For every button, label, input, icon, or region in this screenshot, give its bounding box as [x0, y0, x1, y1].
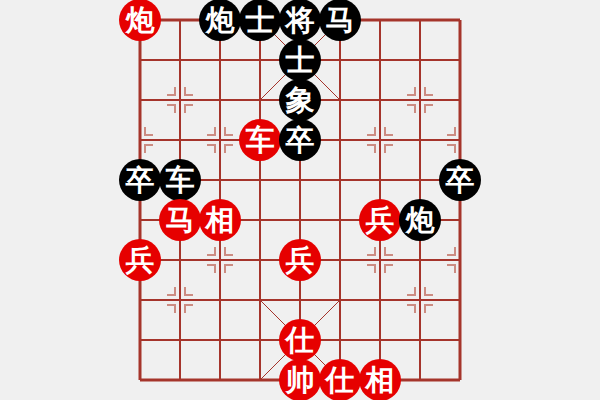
- intersection-c4-r8[interactable]: 仕: [280, 320, 320, 360]
- intersection-c5-r6[interactable]: [320, 240, 360, 280]
- intersection-c6-r0[interactable]: [360, 0, 400, 40]
- piece-red-elephant[interactable]: 相: [359, 359, 401, 400]
- intersection-c6-r9[interactable]: 相: [360, 360, 400, 400]
- intersection-c0-r7[interactable]: [120, 280, 160, 320]
- piece-black-pawn[interactable]: 卒: [119, 159, 161, 201]
- intersection-c1-r4[interactable]: 车: [160, 160, 200, 200]
- intersection-c0-r6[interactable]: 兵: [120, 240, 160, 280]
- intersection-c3-r3[interactable]: 车: [240, 120, 280, 160]
- piece-red-general[interactable]: 帅: [279, 359, 321, 400]
- intersection-c5-r3[interactable]: [320, 120, 360, 160]
- intersection-c7-r3[interactable]: [400, 120, 440, 160]
- intersection-c8-r2[interactable]: [440, 80, 480, 120]
- xiangqi-board: 炮炮士将马士象车卒卒车卒马相兵炮兵兵仕帅仕相: [0, 0, 600, 400]
- intersection-c6-r4[interactable]: [360, 160, 400, 200]
- intersection-c6-r7[interactable]: [360, 280, 400, 320]
- intersection-c5-r5[interactable]: [320, 200, 360, 240]
- intersection-c0-r4[interactable]: 卒: [120, 160, 160, 200]
- intersection-c8-r0[interactable]: [440, 0, 480, 40]
- intersection-c1-r7[interactable]: [160, 280, 200, 320]
- intersection-c4-r4[interactable]: [280, 160, 320, 200]
- intersection-c4-r6[interactable]: 兵: [280, 240, 320, 280]
- intersection-c4-r2[interactable]: 象: [280, 80, 320, 120]
- piece-black-general[interactable]: 将: [279, 0, 321, 41]
- intersection-c8-r5[interactable]: [440, 200, 480, 240]
- intersection-c5-r1[interactable]: [320, 40, 360, 80]
- piece-red-elephant[interactable]: 相: [199, 199, 241, 241]
- intersection-c4-r0[interactable]: 将: [280, 0, 320, 40]
- intersection-c2-r8[interactable]: [200, 320, 240, 360]
- intersection-c7-r9[interactable]: [400, 360, 440, 400]
- pieces-layer: 炮炮士将马士象车卒卒车卒马相兵炮兵兵仕帅仕相: [120, 0, 480, 400]
- intersection-c8-r6[interactable]: [440, 240, 480, 280]
- intersection-c2-r0[interactable]: 炮: [200, 0, 240, 40]
- intersection-c8-r8[interactable]: [440, 320, 480, 360]
- intersection-c1-r3[interactable]: [160, 120, 200, 160]
- intersection-c3-r6[interactable]: [240, 240, 280, 280]
- intersection-c6-r1[interactable]: [360, 40, 400, 80]
- intersection-c2-r9[interactable]: [200, 360, 240, 400]
- intersection-c3-r2[interactable]: [240, 80, 280, 120]
- intersection-c8-r4[interactable]: 卒: [440, 160, 480, 200]
- intersection-c6-r5[interactable]: 兵: [360, 200, 400, 240]
- intersection-c5-r7[interactable]: [320, 280, 360, 320]
- intersection-c8-r3[interactable]: [440, 120, 480, 160]
- intersection-c3-r5[interactable]: [240, 200, 280, 240]
- intersection-c8-r9[interactable]: [440, 360, 480, 400]
- intersection-c0-r8[interactable]: [120, 320, 160, 360]
- intersection-c7-r0[interactable]: [400, 0, 440, 40]
- intersection-c0-r2[interactable]: [120, 80, 160, 120]
- intersection-c1-r2[interactable]: [160, 80, 200, 120]
- intersection-c6-r6[interactable]: [360, 240, 400, 280]
- intersection-c5-r8[interactable]: [320, 320, 360, 360]
- intersection-c7-r8[interactable]: [400, 320, 440, 360]
- intersection-c1-r6[interactable]: [160, 240, 200, 280]
- intersection-c0-r0[interactable]: 炮: [120, 0, 160, 40]
- piece-black-cannon[interactable]: 炮: [399, 199, 441, 241]
- intersection-c7-r2[interactable]: [400, 80, 440, 120]
- intersection-c4-r5[interactable]: [280, 200, 320, 240]
- intersection-c3-r1[interactable]: [240, 40, 280, 80]
- intersection-c7-r7[interactable]: [400, 280, 440, 320]
- intersection-c6-r2[interactable]: [360, 80, 400, 120]
- piece-black-pawn[interactable]: 卒: [279, 119, 321, 161]
- intersection-c7-r4[interactable]: [400, 160, 440, 200]
- intersection-c8-r7[interactable]: [440, 280, 480, 320]
- intersection-c2-r7[interactable]: [200, 280, 240, 320]
- intersection-c2-r1[interactable]: [200, 40, 240, 80]
- intersection-c1-r1[interactable]: [160, 40, 200, 80]
- piece-black-cannon[interactable]: 炮: [199, 0, 241, 41]
- piece-black-advisor[interactable]: 士: [239, 0, 281, 41]
- intersection-c7-r6[interactable]: [400, 240, 440, 280]
- intersection-c2-r2[interactable]: [200, 80, 240, 120]
- intersection-c0-r9[interactable]: [120, 360, 160, 400]
- intersection-c6-r3[interactable]: [360, 120, 400, 160]
- intersection-c2-r5[interactable]: 相: [200, 200, 240, 240]
- intersection-c4-r7[interactable]: [280, 280, 320, 320]
- intersection-c1-r9[interactable]: [160, 360, 200, 400]
- piece-red-cannon[interactable]: 炮: [119, 0, 161, 41]
- piece-black-elephant[interactable]: 象: [279, 79, 321, 121]
- intersection-c4-r9[interactable]: 帅: [280, 360, 320, 400]
- intersection-c8-r1[interactable]: [440, 40, 480, 80]
- intersection-c3-r8[interactable]: [240, 320, 280, 360]
- intersection-c1-r0[interactable]: [160, 0, 200, 40]
- intersection-c2-r4[interactable]: [200, 160, 240, 200]
- intersection-c2-r6[interactable]: [200, 240, 240, 280]
- piece-red-advisor[interactable]: 仕: [319, 359, 361, 400]
- intersection-c5-r9[interactable]: 仕: [320, 360, 360, 400]
- intersection-c5-r4[interactable]: [320, 160, 360, 200]
- intersection-c3-r9[interactable]: [240, 360, 280, 400]
- piece-black-chariot[interactable]: 车: [159, 159, 201, 201]
- intersection-c6-r8[interactable]: [360, 320, 400, 360]
- intersection-c7-r1[interactable]: [400, 40, 440, 80]
- intersection-c4-r3[interactable]: 卒: [280, 120, 320, 160]
- intersection-c0-r5[interactable]: [120, 200, 160, 240]
- intersection-c3-r4[interactable]: [240, 160, 280, 200]
- intersection-c1-r8[interactable]: [160, 320, 200, 360]
- intersection-c2-r3[interactable]: [200, 120, 240, 160]
- piece-red-pawn[interactable]: 兵: [359, 199, 401, 241]
- intersection-c0-r1[interactable]: [120, 40, 160, 80]
- piece-red-pawn[interactable]: 兵: [119, 239, 161, 281]
- intersection-c4-r1[interactable]: 士: [280, 40, 320, 80]
- piece-black-pawn[interactable]: 卒: [439, 159, 481, 201]
- piece-red-chariot[interactable]: 车: [239, 119, 281, 161]
- intersection-c7-r5[interactable]: 炮: [400, 200, 440, 240]
- intersection-c1-r5[interactable]: 马: [160, 200, 200, 240]
- piece-red-pawn[interactable]: 兵: [279, 239, 321, 281]
- piece-red-advisor[interactable]: 仕: [279, 319, 321, 361]
- intersection-c3-r0[interactable]: 士: [240, 0, 280, 40]
- piece-red-horse[interactable]: 马: [159, 199, 201, 241]
- intersection-c3-r7[interactable]: [240, 280, 280, 320]
- intersection-c5-r0[interactable]: 马: [320, 0, 360, 40]
- piece-black-horse[interactable]: 马: [319, 0, 361, 41]
- intersection-c0-r3[interactable]: [120, 120, 160, 160]
- intersection-c5-r2[interactable]: [320, 80, 360, 120]
- piece-black-advisor[interactable]: 士: [279, 39, 321, 81]
